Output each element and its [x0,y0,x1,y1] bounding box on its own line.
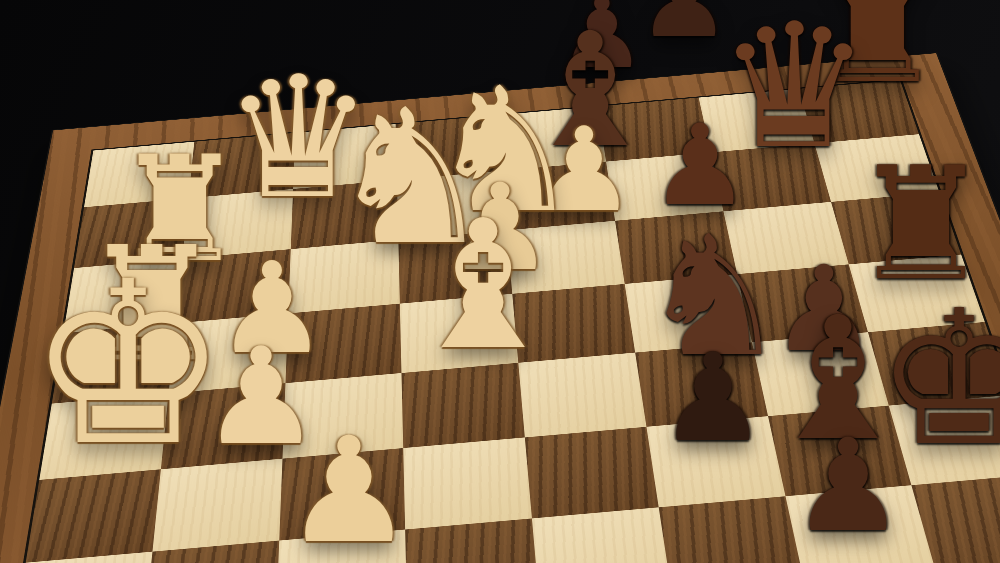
white-bishop-d4[interactable]: ♝ [403,197,563,375]
black-pawn-b6[interactable]: ♟ [791,422,906,550]
black-pawn-c5[interactable]: ♟ [658,337,767,459]
chess-photo-scene: ♟♟♜♝♛♛♟♟♞♞♜♟♜♝♟♟♞♜♟♝♟♚♚♟♟ [0,0,1000,563]
white-king-d1[interactable]: ♚ [27,252,229,477]
square-c5[interactable] [525,427,659,518]
square-b6[interactable] [658,496,803,563]
white-pawn-c3[interactable]: ♟ [284,417,415,563]
square-c4[interactable] [403,437,531,529]
square-b5[interactable] [532,507,672,563]
